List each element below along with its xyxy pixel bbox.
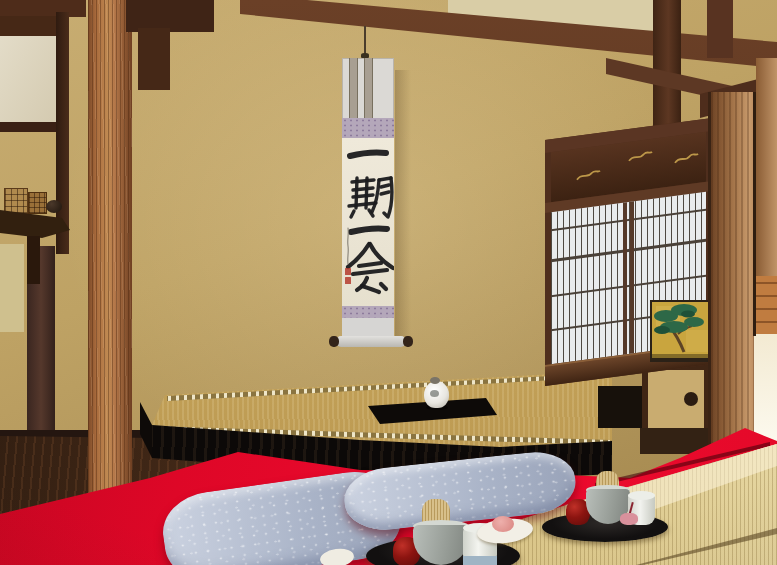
top-left-beam <box>0 0 86 17</box>
left-cream-panel <box>0 36 57 132</box>
lower-straw-panel <box>0 244 24 332</box>
futai-ribbon-right <box>364 58 373 120</box>
shoji-center-stile-left <box>623 202 627 355</box>
shelf-support <box>27 236 40 284</box>
scroll-wall-shadow <box>395 70 411 338</box>
corner-post-b <box>707 0 733 58</box>
finger-pull-hole <box>684 392 698 406</box>
scroll-band-top <box>342 118 394 140</box>
doorway-divider <box>753 92 756 336</box>
wooden-box-left <box>4 188 28 214</box>
pillar-grain <box>88 0 132 506</box>
tea-room-photo <box>0 0 777 565</box>
pink-kaishi-paper <box>620 513 638 525</box>
white-cup-right-rim <box>628 491 655 500</box>
artist-seal-lower <box>345 277 351 284</box>
pink-sweet <box>492 516 514 532</box>
shadow-opening <box>598 386 646 428</box>
scroll-roller-knob-left <box>329 336 339 347</box>
doorway-planks <box>754 276 777 336</box>
scroll-lower-mount <box>342 318 394 338</box>
jar-motif <box>430 390 439 397</box>
scroll-roller-knob-right <box>403 336 413 347</box>
jar-lid <box>430 377 440 384</box>
doorway-wood-strip <box>756 58 777 284</box>
shoji-center-stile-right <box>630 201 634 354</box>
futai-ribbon-left <box>349 58 358 120</box>
scroll-roller-bar <box>336 336 406 347</box>
right-pillar-grain <box>711 92 756 464</box>
round-incense-container <box>46 200 62 213</box>
white-cylinder-base-band <box>463 556 497 565</box>
corner-post-a <box>653 0 681 130</box>
scroll-calligraphy <box>342 140 394 306</box>
artist-seal-upper <box>345 268 351 275</box>
wooden-box-right <box>28 192 47 214</box>
pillar-bracket-lower <box>138 28 170 90</box>
byobu-pine-screen <box>650 300 714 362</box>
